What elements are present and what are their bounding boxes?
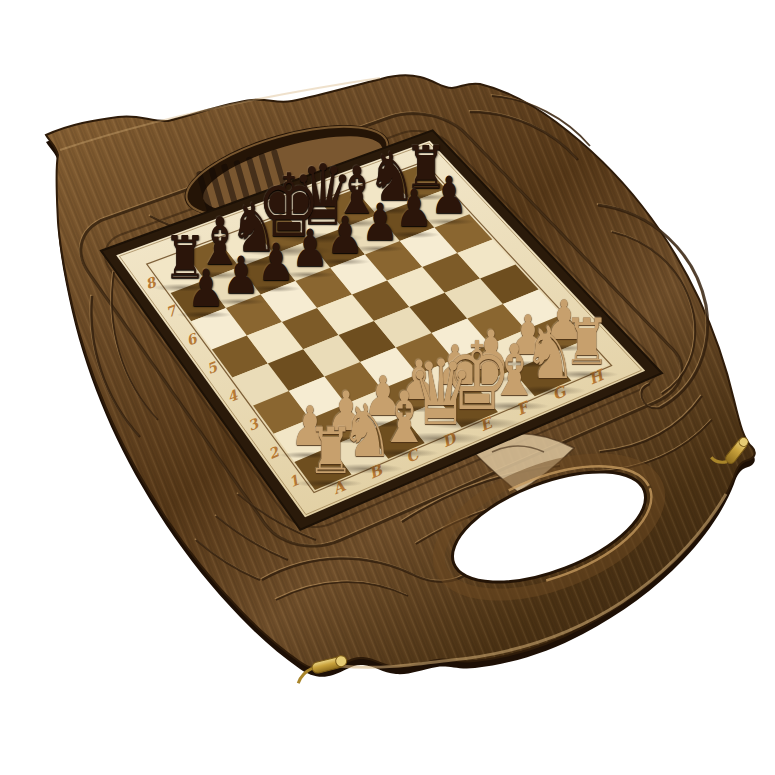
product-photo-stage: 87654321ABCDEFGH ♜♝♞♚♛♝♞♜♟♟♟♟♟♟♟♟♟♟♟♟♟♟♟… [0, 0, 775, 775]
carved-wooden-chessboard: 87654321ABCDEFGH [0, 0, 775, 775]
